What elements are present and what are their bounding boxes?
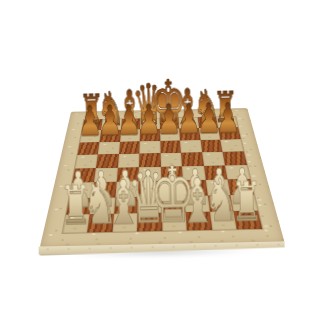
photo-tilt-wrapper: ♜♞♝♛♚♝♞♜♟♟♟♟♟♟♟♟♟♟♟♟♟♟♟♟♜♞♝♛♚♝♞♜: [0, 0, 320, 320]
piece-amber-pawn: ♟: [216, 99, 241, 141]
piece-cream-rook: ♜: [230, 175, 263, 229]
pieces-layer: ♜♞♝♛♚♝♞♜♟♟♟♟♟♟♟♟♟♟♟♟♟♟♟♟♜♞♝♛♚♝♞♜: [0, 0, 320, 320]
product-photo-scene: ♜♞♝♛♚♝♞♜♟♟♟♟♟♟♟♟♟♟♟♟♟♟♟♟♜♞♝♛♚♝♞♜: [0, 0, 320, 320]
